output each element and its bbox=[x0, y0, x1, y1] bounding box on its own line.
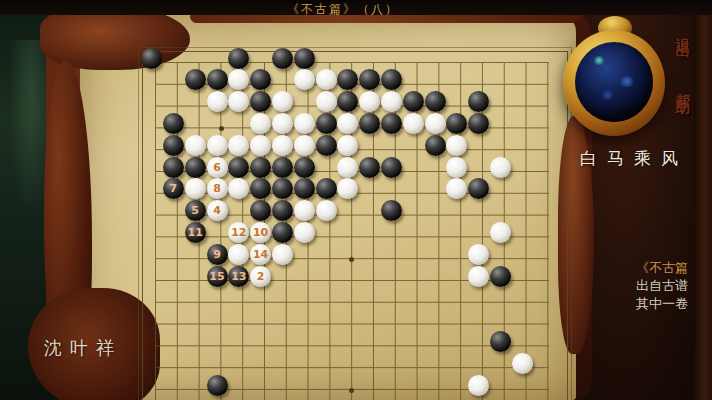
info-line-volume: 其中一卷 bbox=[636, 295, 712, 313]
info-book-title: 《不古篇 bbox=[636, 259, 712, 277]
info-line-source: 出自古谱 bbox=[636, 277, 712, 295]
go-board-grid[interactable] bbox=[155, 62, 549, 400]
orb-glint bbox=[619, 76, 635, 87]
help-button[interactable]: 帮助 bbox=[666, 82, 692, 92]
info-panel: 《不古篇 出自古谱 其中一卷 bbox=[636, 259, 712, 313]
author-signature: 沈叶祥 bbox=[44, 336, 122, 360]
orb-glint bbox=[601, 90, 614, 100]
carved-pillar-right bbox=[694, 0, 712, 400]
brand-calligraphy: 白马乘风 bbox=[580, 147, 688, 170]
game-window: 6785411121091415132 《不古篇》（八） 退出 帮助 白马乘风 … bbox=[0, 0, 712, 400]
stone-bowl-sphere bbox=[575, 42, 653, 122]
stone-bowl-orb bbox=[563, 30, 665, 136]
exit-button[interactable]: 退出 bbox=[666, 26, 692, 36]
page-title: 《不古篇》（八） bbox=[287, 1, 399, 18]
orb-glint bbox=[593, 56, 605, 65]
